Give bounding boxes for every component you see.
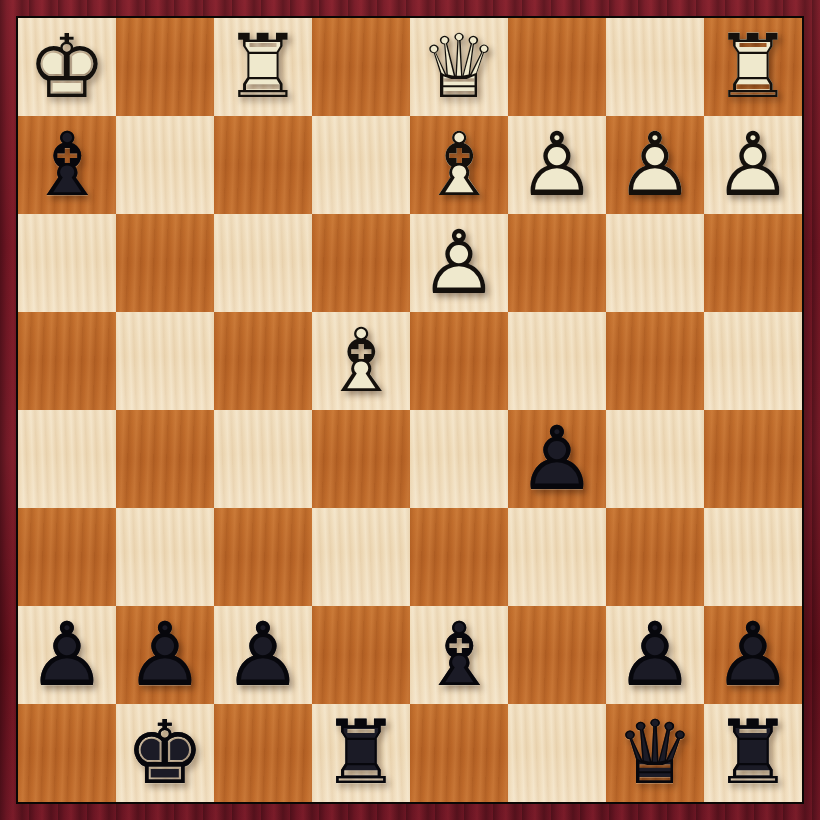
square-a1[interactable]: ♜♖ [704, 18, 802, 116]
white-queen-outline: ♕ [410, 18, 508, 116]
square-e4[interactable]: ♝♗ [312, 312, 410, 410]
black-rook-outline: ♖ [704, 704, 802, 802]
square-a7[interactable]: ♟♙ [704, 606, 802, 704]
square-c2[interactable]: ♟♙ [508, 116, 606, 214]
square-b8[interactable]: ♛♕ [606, 704, 704, 802]
black-pawn-outline: ♙ [214, 606, 312, 704]
white-king-piece[interactable]: ♚♔ [18, 18, 116, 116]
white-pawn-piece[interactable]: ♟♙ [508, 116, 606, 214]
square-f6[interactable] [214, 508, 312, 606]
square-h4[interactable] [18, 312, 116, 410]
white-rook-outline: ♖ [214, 18, 312, 116]
black-queen-outline: ♕ [606, 704, 704, 802]
white-queen-piece[interactable]: ♛♕ [410, 18, 508, 116]
black-bishop-outline: ♗ [18, 116, 116, 214]
square-f4[interactable] [214, 312, 312, 410]
square-a5[interactable] [704, 410, 802, 508]
square-a3[interactable] [704, 214, 802, 312]
square-h5[interactable] [18, 410, 116, 508]
chess-board: ♚♔♜♖♛♕♜♖♝♗♝♗♟♙♟♙♟♙♟♙♝♗♟♙♟♙♟♙♟♙♝♗♟♙♟♙♚♔♜♖… [16, 16, 804, 804]
square-c3[interactable] [508, 214, 606, 312]
square-c6[interactable] [508, 508, 606, 606]
square-g6[interactable] [116, 508, 214, 606]
black-pawn-piece[interactable]: ♟♙ [18, 606, 116, 704]
square-b5[interactable] [606, 410, 704, 508]
square-a2[interactable]: ♟♙ [704, 116, 802, 214]
white-pawn-outline: ♙ [606, 116, 704, 214]
square-b7[interactable]: ♟♙ [606, 606, 704, 704]
square-g7[interactable]: ♟♙ [116, 606, 214, 704]
black-pawn-outline: ♙ [606, 606, 704, 704]
black-bishop-outline: ♗ [410, 606, 508, 704]
square-h6[interactable] [18, 508, 116, 606]
black-pawn-outline: ♙ [508, 410, 606, 508]
square-b6[interactable] [606, 508, 704, 606]
white-pawn-outline: ♙ [410, 214, 508, 312]
black-bishop-piece[interactable]: ♝♗ [410, 606, 508, 704]
square-g5[interactable] [116, 410, 214, 508]
square-d1[interactable]: ♛♕ [410, 18, 508, 116]
white-king-outline: ♔ [18, 18, 116, 116]
square-c1[interactable] [508, 18, 606, 116]
square-h8[interactable] [18, 704, 116, 802]
black-pawn-piece[interactable]: ♟♙ [214, 606, 312, 704]
square-f7[interactable]: ♟♙ [214, 606, 312, 704]
white-bishop-piece[interactable]: ♝♗ [410, 116, 508, 214]
white-rook-piece[interactable]: ♜♖ [704, 18, 802, 116]
white-bishop-outline: ♗ [410, 116, 508, 214]
black-king-outline: ♔ [116, 704, 214, 802]
square-b1[interactable] [606, 18, 704, 116]
square-c4[interactable] [508, 312, 606, 410]
square-e6[interactable] [312, 508, 410, 606]
square-g2[interactable] [116, 116, 214, 214]
square-f8[interactable] [214, 704, 312, 802]
square-e2[interactable] [312, 116, 410, 214]
square-g4[interactable] [116, 312, 214, 410]
square-d6[interactable] [410, 508, 508, 606]
square-e8[interactable]: ♜♖ [312, 704, 410, 802]
square-f1[interactable]: ♜♖ [214, 18, 312, 116]
square-e3[interactable] [312, 214, 410, 312]
black-queen-piece[interactable]: ♛♕ [606, 704, 704, 802]
square-g8[interactable]: ♚♔ [116, 704, 214, 802]
black-rook-piece[interactable]: ♜♖ [312, 704, 410, 802]
square-c7[interactable] [508, 606, 606, 704]
white-bishop-piece[interactable]: ♝♗ [312, 312, 410, 410]
square-b4[interactable] [606, 312, 704, 410]
chess-app: ♚♔♜♖♛♕♜♖♝♗♝♗♟♙♟♙♟♙♟♙♝♗♟♙♟♙♟♙♟♙♝♗♟♙♟♙♚♔♜♖… [0, 0, 820, 820]
white-pawn-piece[interactable]: ♟♙ [410, 214, 508, 312]
square-c5[interactable]: ♟♙ [508, 410, 606, 508]
white-rook-piece[interactable]: ♜♖ [214, 18, 312, 116]
square-e5[interactable] [312, 410, 410, 508]
square-g1[interactable] [116, 18, 214, 116]
black-pawn-piece[interactable]: ♟♙ [606, 606, 704, 704]
black-pawn-outline: ♙ [18, 606, 116, 704]
white-pawn-piece[interactable]: ♟♙ [704, 116, 802, 214]
square-f2[interactable] [214, 116, 312, 214]
square-d4[interactable] [410, 312, 508, 410]
square-a4[interactable] [704, 312, 802, 410]
black-pawn-piece[interactable]: ♟♙ [704, 606, 802, 704]
square-d7[interactable]: ♝♗ [410, 606, 508, 704]
square-h2[interactable]: ♝♗ [18, 116, 116, 214]
square-f3[interactable] [214, 214, 312, 312]
square-g3[interactable] [116, 214, 214, 312]
white-pawn-piece[interactable]: ♟♙ [606, 116, 704, 214]
black-bishop-piece[interactable]: ♝♗ [18, 116, 116, 214]
square-d2[interactable]: ♝♗ [410, 116, 508, 214]
square-c8[interactable] [508, 704, 606, 802]
square-d8[interactable] [410, 704, 508, 802]
square-d5[interactable] [410, 410, 508, 508]
square-h1[interactable]: ♚♔ [18, 18, 116, 116]
white-rook-outline: ♖ [704, 18, 802, 116]
square-a8[interactable]: ♜♖ [704, 704, 802, 802]
white-bishop-outline: ♗ [312, 312, 410, 410]
white-pawn-outline: ♙ [508, 116, 606, 214]
black-pawn-outline: ♙ [116, 606, 214, 704]
black-pawn-outline: ♙ [704, 606, 802, 704]
black-rook-piece[interactable]: ♜♖ [704, 704, 802, 802]
square-d3[interactable]: ♟♙ [410, 214, 508, 312]
white-pawn-outline: ♙ [704, 116, 802, 214]
black-rook-outline: ♖ [312, 704, 410, 802]
square-e1[interactable] [312, 18, 410, 116]
square-b2[interactable]: ♟♙ [606, 116, 704, 214]
square-a6[interactable] [704, 508, 802, 606]
black-pawn-piece[interactable]: ♟♙ [508, 410, 606, 508]
black-pawn-piece[interactable]: ♟♙ [116, 606, 214, 704]
square-f5[interactable] [214, 410, 312, 508]
square-h3[interactable] [18, 214, 116, 312]
square-b3[interactable] [606, 214, 704, 312]
black-king-piece[interactable]: ♚♔ [116, 704, 214, 802]
square-e7[interactable] [312, 606, 410, 704]
square-h7[interactable]: ♟♙ [18, 606, 116, 704]
